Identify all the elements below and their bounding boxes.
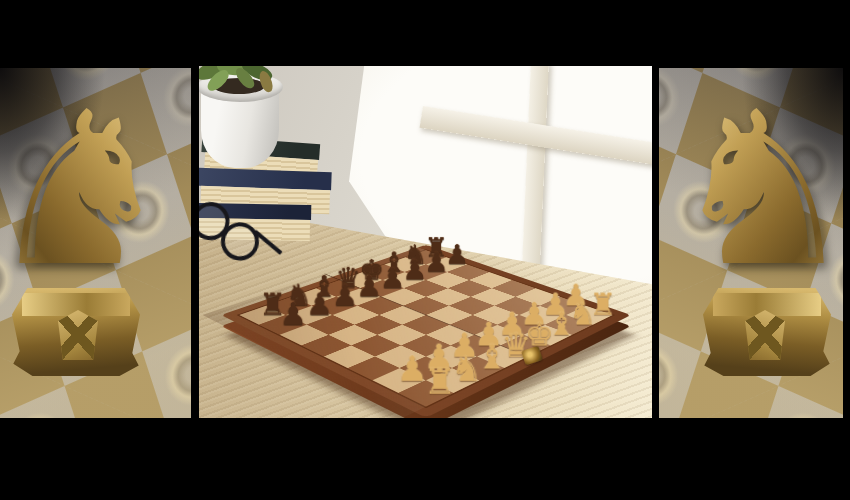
right-panel-scene: ♞: [659, 68, 843, 418]
center-photo-chess-set: ♜♞♝♛♚♝♞♜♟♟♟♟♟♟♟♟♟♟♟♟♟♟♟♟♜♞♝♛♚♝♞♜: [199, 66, 652, 418]
eyeglasses: [199, 200, 289, 283]
black-pawn: ♟: [380, 264, 406, 292]
black-pawn: ♟: [424, 249, 449, 276]
black-pawn: ♟: [332, 281, 359, 311]
right-panel-brass-knight-photo: ♞: [659, 68, 843, 418]
brass-knight-figurine-icon: ♞: [668, 84, 843, 319]
black-pawn: ♟: [403, 256, 428, 284]
brass-knight-figurine-icon: ♞: [0, 84, 175, 319]
white-rook: ♜: [424, 364, 456, 400]
left-panel-scene: ♞: [0, 68, 191, 418]
black-pawn: ♟: [306, 289, 333, 319]
square-h4: [492, 280, 536, 297]
black-pawn: ♟: [280, 299, 308, 330]
black-pawn: ♟: [356, 272, 382, 301]
photo-collage: ♞: [0, 0, 850, 500]
left-panel-brass-knight-photo: ♞: [0, 68, 191, 418]
